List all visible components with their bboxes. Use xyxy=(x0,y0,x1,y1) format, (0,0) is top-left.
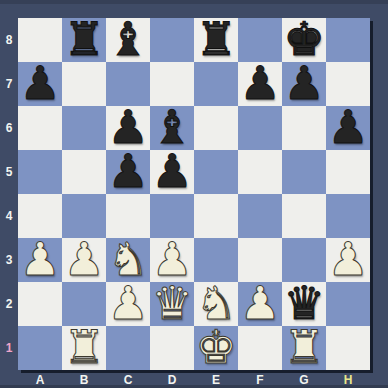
black-pawn[interactable]: ♟ xyxy=(282,62,326,106)
square-f7[interactable]: ♟ xyxy=(238,62,282,106)
file-label-e: E xyxy=(194,373,238,387)
white-pawn[interactable]: ♟ xyxy=(18,238,62,282)
rank-label-4: 4 xyxy=(0,194,18,238)
square-g4[interactable] xyxy=(282,194,326,238)
square-c1[interactable] xyxy=(106,326,150,370)
square-c2[interactable]: ♟ xyxy=(106,282,150,326)
square-a2[interactable] xyxy=(18,282,62,326)
file-label-a: A xyxy=(18,373,62,387)
square-f2[interactable]: ♟ xyxy=(238,282,282,326)
square-d5[interactable]: ♟ xyxy=(150,150,194,194)
file-label-g: G xyxy=(282,373,326,387)
rank-label-5: 5 xyxy=(0,150,18,194)
white-rook[interactable]: ♜ xyxy=(62,326,106,370)
rank-label-1: 1 xyxy=(0,326,18,370)
file-labels: ABCDEFGH xyxy=(18,373,370,387)
square-h8[interactable] xyxy=(326,18,370,62)
square-f1[interactable] xyxy=(238,326,282,370)
square-f5[interactable] xyxy=(238,150,282,194)
black-pawn[interactable]: ♟ xyxy=(326,106,370,150)
square-h3[interactable]: ♟ xyxy=(326,238,370,282)
square-g6[interactable] xyxy=(282,106,326,150)
square-b3[interactable]: ♟ xyxy=(62,238,106,282)
square-a6[interactable] xyxy=(18,106,62,150)
square-b5[interactable] xyxy=(62,150,106,194)
file-label-f: F xyxy=(238,373,282,387)
black-pawn[interactable]: ♟ xyxy=(18,62,62,106)
square-e5[interactable] xyxy=(194,150,238,194)
square-b6[interactable] xyxy=(62,106,106,150)
white-king[interactable]: ♚ xyxy=(194,326,238,370)
rank-label-2: 2 xyxy=(0,282,18,326)
square-d1[interactable] xyxy=(150,326,194,370)
square-g1[interactable]: ♜ xyxy=(282,326,326,370)
square-g5[interactable] xyxy=(282,150,326,194)
square-a1[interactable] xyxy=(18,326,62,370)
square-a7[interactable]: ♟ xyxy=(18,62,62,106)
white-pawn[interactable]: ♟ xyxy=(326,238,370,282)
rank-label-3: 3 xyxy=(0,238,18,282)
square-b1[interactable]: ♜ xyxy=(62,326,106,370)
white-pawn[interactable]: ♟ xyxy=(238,282,282,326)
square-a5[interactable] xyxy=(18,150,62,194)
square-d2[interactable]: ♛ xyxy=(150,282,194,326)
file-label-h: H xyxy=(326,373,370,387)
white-pawn[interactable]: ♟ xyxy=(62,238,106,282)
black-bishop[interactable]: ♝ xyxy=(106,18,150,62)
square-h5[interactable] xyxy=(326,150,370,194)
square-h2[interactable] xyxy=(326,282,370,326)
square-d8[interactable] xyxy=(150,18,194,62)
square-f4[interactable] xyxy=(238,194,282,238)
white-pawn[interactable]: ♟ xyxy=(106,282,150,326)
black-pawn[interactable]: ♟ xyxy=(150,150,194,194)
square-a3[interactable]: ♟ xyxy=(18,238,62,282)
square-e4[interactable] xyxy=(194,194,238,238)
chess-diagram: 87654321 ♜♝♜♚♟♟♟♟♝♟♟♟♟♟♞♟♟♟♛♞♟♛♜♚♜ ABCDE… xyxy=(0,0,388,388)
black-pawn[interactable]: ♟ xyxy=(106,150,150,194)
square-b7[interactable] xyxy=(62,62,106,106)
black-rook[interactable]: ♜ xyxy=(194,18,238,62)
square-c8[interactable]: ♝ xyxy=(106,18,150,62)
square-e8[interactable]: ♜ xyxy=(194,18,238,62)
white-rook[interactable]: ♜ xyxy=(282,326,326,370)
square-e6[interactable] xyxy=(194,106,238,150)
square-g7[interactable]: ♟ xyxy=(282,62,326,106)
black-rook[interactable]: ♜ xyxy=(62,18,106,62)
rank-label-7: 7 xyxy=(0,62,18,106)
rank-label-6: 6 xyxy=(0,106,18,150)
rank-labels: 87654321 xyxy=(0,18,18,370)
chess-board: ♜♝♜♚♟♟♟♟♝♟♟♟♟♟♞♟♟♟♛♞♟♛♜♚♜ xyxy=(18,18,370,370)
file-label-c: C xyxy=(106,373,150,387)
file-label-d: D xyxy=(150,373,194,387)
square-b8[interactable]: ♜ xyxy=(62,18,106,62)
square-h1[interactable] xyxy=(326,326,370,370)
square-c5[interactable]: ♟ xyxy=(106,150,150,194)
white-queen[interactable]: ♛ xyxy=(150,282,194,326)
square-f6[interactable] xyxy=(238,106,282,150)
file-label-b: B xyxy=(62,373,106,387)
rank-label-8: 8 xyxy=(0,18,18,62)
black-pawn[interactable]: ♟ xyxy=(238,62,282,106)
square-h6[interactable]: ♟ xyxy=(326,106,370,150)
square-e7[interactable] xyxy=(194,62,238,106)
square-e1[interactable]: ♚ xyxy=(194,326,238,370)
